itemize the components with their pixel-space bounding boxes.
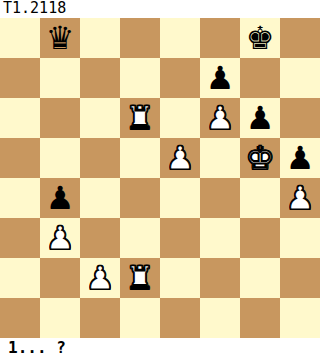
square-g6[interactable]: ♟ [240,98,280,138]
square-d3[interactable] [120,218,160,258]
square-h1[interactable] [280,298,320,338]
square-h5[interactable]: ♟ [280,138,320,178]
square-a7[interactable] [0,58,40,98]
white-rook[interactable]: ♜ [126,98,155,138]
square-a4[interactable] [0,178,40,218]
square-a6[interactable] [0,98,40,138]
square-c8[interactable] [80,18,120,58]
square-b7[interactable] [40,58,80,98]
square-b5[interactable] [40,138,80,178]
square-e6[interactable] [160,98,200,138]
square-g4[interactable] [240,178,280,218]
white-rook[interactable]: ♜ [126,258,155,298]
square-c1[interactable] [80,298,120,338]
square-f6[interactable]: ♟ [200,98,240,138]
square-g7[interactable] [240,58,280,98]
square-f8[interactable] [200,18,240,58]
square-h7[interactable] [280,58,320,98]
square-e5[interactable]: ♟ [160,138,200,178]
move-prompt: 1... ? [0,338,320,360]
square-b8[interactable]: ♛ [40,18,80,58]
square-a8[interactable] [0,18,40,58]
square-g5[interactable]: ♚ [240,138,280,178]
square-g2[interactable] [240,258,280,298]
square-a2[interactable] [0,258,40,298]
square-a1[interactable] [0,298,40,338]
square-b1[interactable] [40,298,80,338]
square-b3[interactable]: ♟ [40,218,80,258]
square-d7[interactable] [120,58,160,98]
square-e4[interactable] [160,178,200,218]
square-c7[interactable] [80,58,120,98]
square-b4[interactable]: ♟ [40,178,80,218]
square-c2[interactable]: ♟ [80,258,120,298]
square-h2[interactable] [280,258,320,298]
square-f7[interactable]: ♟ [200,58,240,98]
square-d8[interactable] [120,18,160,58]
white-pawn[interactable]: ♟ [166,138,195,178]
square-h4[interactable]: ♟ [280,178,320,218]
square-b2[interactable] [40,258,80,298]
puzzle-id: T1.2118 [0,0,320,18]
square-h3[interactable] [280,218,320,258]
square-g1[interactable] [240,298,280,338]
black-pawn[interactable]: ♟ [286,138,315,178]
square-c6[interactable] [80,98,120,138]
black-queen[interactable]: ♛ [46,18,75,58]
white-king[interactable]: ♚ [246,138,275,178]
square-d1[interactable] [120,298,160,338]
black-pawn[interactable]: ♟ [46,178,75,218]
white-pawn[interactable]: ♟ [46,218,75,258]
white-pawn[interactable]: ♟ [86,258,115,298]
square-f3[interactable] [200,218,240,258]
square-a5[interactable] [0,138,40,178]
square-d6[interactable]: ♜ [120,98,160,138]
black-pawn[interactable]: ♟ [246,98,275,138]
square-e3[interactable] [160,218,200,258]
chess-board: ♛♚♟♜♟♟♟♚♟♟♟♟♟♜ [0,18,320,338]
square-g3[interactable] [240,218,280,258]
square-f1[interactable] [200,298,240,338]
white-pawn[interactable]: ♟ [286,178,315,218]
square-a3[interactable] [0,218,40,258]
square-h8[interactable] [280,18,320,58]
square-e7[interactable] [160,58,200,98]
square-f4[interactable] [200,178,240,218]
square-f5[interactable] [200,138,240,178]
square-c4[interactable] [80,178,120,218]
white-pawn[interactable]: ♟ [206,98,235,138]
square-c5[interactable] [80,138,120,178]
square-d2[interactable]: ♜ [120,258,160,298]
square-e8[interactable] [160,18,200,58]
square-d4[interactable] [120,178,160,218]
square-h6[interactable] [280,98,320,138]
square-e1[interactable] [160,298,200,338]
square-c3[interactable] [80,218,120,258]
square-g8[interactable]: ♚ [240,18,280,58]
square-b6[interactable] [40,98,80,138]
square-f2[interactable] [200,258,240,298]
black-pawn[interactable]: ♟ [206,58,235,98]
square-e2[interactable] [160,258,200,298]
square-d5[interactable] [120,138,160,178]
black-king[interactable]: ♚ [246,18,275,58]
